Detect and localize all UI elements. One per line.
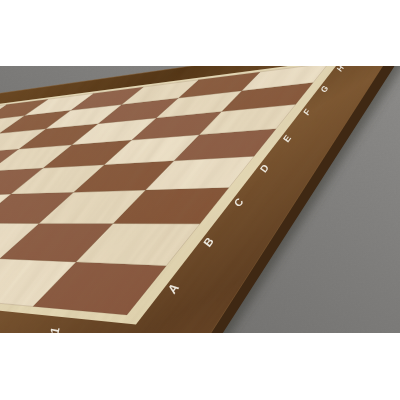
screenshot-canvas: Empty wooden chessboard (golden rosewood… [0,0,400,400]
board-photo: ABCDEFGH1 [0,0,400,400]
